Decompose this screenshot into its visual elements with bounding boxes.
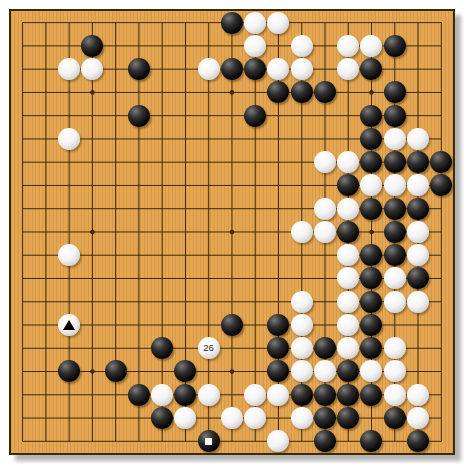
intersection[interactable] bbox=[220, 220, 243, 243]
intersection[interactable] bbox=[406, 127, 429, 150]
intersection[interactable] bbox=[197, 197, 220, 220]
intersection[interactable] bbox=[58, 58, 81, 81]
intersection[interactable] bbox=[81, 244, 104, 267]
intersection[interactable] bbox=[11, 360, 34, 383]
intersection[interactable] bbox=[244, 34, 267, 57]
intersection[interactable] bbox=[58, 290, 81, 313]
intersection[interactable] bbox=[58, 383, 81, 406]
intersection[interactable] bbox=[81, 383, 104, 406]
intersection[interactable] bbox=[174, 430, 197, 453]
intersection[interactable] bbox=[104, 267, 127, 290]
intersection[interactable] bbox=[34, 430, 57, 453]
intersection[interactable] bbox=[290, 81, 313, 104]
intersection[interactable] bbox=[220, 127, 243, 150]
intersection[interactable] bbox=[34, 151, 57, 174]
intersection[interactable] bbox=[151, 58, 174, 81]
intersection[interactable] bbox=[34, 11, 57, 34]
intersection[interactable] bbox=[220, 430, 243, 453]
intersection[interactable] bbox=[360, 104, 383, 127]
intersection[interactable] bbox=[337, 383, 360, 406]
intersection[interactable] bbox=[313, 267, 336, 290]
intersection[interactable] bbox=[104, 360, 127, 383]
intersection[interactable] bbox=[11, 290, 34, 313]
intersection[interactable] bbox=[244, 11, 267, 34]
intersection[interactable] bbox=[430, 290, 453, 313]
intersection[interactable] bbox=[430, 244, 453, 267]
intersection[interactable] bbox=[360, 174, 383, 197]
intersection[interactable] bbox=[151, 197, 174, 220]
intersection[interactable] bbox=[81, 360, 104, 383]
intersection[interactable] bbox=[267, 174, 290, 197]
intersection[interactable] bbox=[58, 337, 81, 360]
intersection[interactable] bbox=[360, 267, 383, 290]
intersection[interactable] bbox=[267, 383, 290, 406]
intersection[interactable] bbox=[104, 104, 127, 127]
intersection[interactable] bbox=[267, 430, 290, 453]
intersection[interactable] bbox=[383, 383, 406, 406]
intersection[interactable] bbox=[430, 220, 453, 243]
intersection[interactable] bbox=[11, 220, 34, 243]
intersection[interactable] bbox=[174, 220, 197, 243]
intersection[interactable] bbox=[220, 197, 243, 220]
intersection[interactable] bbox=[197, 360, 220, 383]
intersection[interactable] bbox=[197, 383, 220, 406]
intersection[interactable] bbox=[220, 313, 243, 336]
intersection[interactable] bbox=[244, 430, 267, 453]
intersection[interactable] bbox=[197, 406, 220, 429]
intersection[interactable] bbox=[290, 290, 313, 313]
intersection[interactable] bbox=[11, 244, 34, 267]
intersection[interactable] bbox=[430, 406, 453, 429]
intersection[interactable] bbox=[151, 220, 174, 243]
intersection[interactable] bbox=[81, 34, 104, 57]
intersection[interactable] bbox=[127, 313, 150, 336]
intersection[interactable] bbox=[313, 360, 336, 383]
intersection[interactable] bbox=[174, 244, 197, 267]
intersection[interactable] bbox=[197, 127, 220, 150]
intersection[interactable] bbox=[383, 34, 406, 57]
intersection[interactable] bbox=[197, 104, 220, 127]
intersection[interactable] bbox=[383, 290, 406, 313]
intersection[interactable] bbox=[151, 81, 174, 104]
intersection[interactable] bbox=[313, 34, 336, 57]
intersection[interactable] bbox=[151, 290, 174, 313]
intersection[interactable] bbox=[406, 313, 429, 336]
intersection[interactable] bbox=[58, 11, 81, 34]
intersection[interactable] bbox=[174, 11, 197, 34]
intersection[interactable] bbox=[174, 34, 197, 57]
intersection[interactable] bbox=[313, 174, 336, 197]
intersection[interactable] bbox=[174, 313, 197, 336]
intersection[interactable] bbox=[290, 197, 313, 220]
intersection[interactable] bbox=[430, 337, 453, 360]
intersection[interactable] bbox=[34, 383, 57, 406]
intersection[interactable] bbox=[337, 313, 360, 336]
intersection[interactable] bbox=[430, 197, 453, 220]
intersection[interactable] bbox=[104, 244, 127, 267]
intersection[interactable] bbox=[360, 81, 383, 104]
intersection[interactable] bbox=[220, 81, 243, 104]
intersection[interactable] bbox=[11, 337, 34, 360]
intersection[interactable] bbox=[34, 174, 57, 197]
intersection[interactable] bbox=[34, 290, 57, 313]
intersection[interactable] bbox=[244, 360, 267, 383]
intersection[interactable] bbox=[383, 104, 406, 127]
intersection[interactable] bbox=[383, 174, 406, 197]
intersection[interactable] bbox=[174, 290, 197, 313]
intersection[interactable] bbox=[11, 11, 34, 34]
intersection[interactable] bbox=[290, 406, 313, 429]
intersection[interactable] bbox=[174, 81, 197, 104]
intersection[interactable] bbox=[104, 58, 127, 81]
intersection[interactable] bbox=[267, 337, 290, 360]
intersection[interactable] bbox=[406, 197, 429, 220]
intersection[interactable] bbox=[290, 337, 313, 360]
intersection[interactable] bbox=[337, 34, 360, 57]
intersection[interactable] bbox=[174, 197, 197, 220]
intersection[interactable] bbox=[174, 337, 197, 360]
intersection[interactable] bbox=[104, 11, 127, 34]
intersection[interactable] bbox=[197, 34, 220, 57]
intersection[interactable] bbox=[337, 267, 360, 290]
intersection[interactable] bbox=[151, 127, 174, 150]
intersection[interactable] bbox=[406, 11, 429, 34]
intersection[interactable] bbox=[127, 383, 150, 406]
intersection[interactable] bbox=[244, 313, 267, 336]
intersection[interactable] bbox=[267, 313, 290, 336]
intersection[interactable] bbox=[337, 220, 360, 243]
intersection[interactable] bbox=[383, 151, 406, 174]
intersection[interactable] bbox=[383, 406, 406, 429]
intersection[interactable] bbox=[197, 151, 220, 174]
intersection[interactable] bbox=[337, 11, 360, 34]
intersection[interactable] bbox=[58, 197, 81, 220]
intersection[interactable] bbox=[313, 406, 336, 429]
intersection[interactable] bbox=[34, 58, 57, 81]
intersection[interactable] bbox=[220, 383, 243, 406]
intersection[interactable] bbox=[383, 220, 406, 243]
intersection[interactable] bbox=[267, 220, 290, 243]
intersection[interactable] bbox=[11, 430, 34, 453]
intersection[interactable] bbox=[151, 151, 174, 174]
intersection[interactable] bbox=[34, 34, 57, 57]
intersection[interactable] bbox=[360, 220, 383, 243]
intersection[interactable] bbox=[104, 81, 127, 104]
intersection[interactable] bbox=[337, 406, 360, 429]
intersection[interactable] bbox=[360, 34, 383, 57]
intersection[interactable] bbox=[58, 430, 81, 453]
go-board[interactable]: 26 bbox=[9, 9, 455, 455]
intersection[interactable] bbox=[34, 360, 57, 383]
intersection[interactable] bbox=[127, 58, 150, 81]
intersection[interactable] bbox=[313, 383, 336, 406]
intersection[interactable] bbox=[58, 220, 81, 243]
intersection[interactable] bbox=[151, 11, 174, 34]
intersection[interactable] bbox=[313, 104, 336, 127]
intersection[interactable] bbox=[337, 81, 360, 104]
intersection[interactable] bbox=[220, 360, 243, 383]
intersection[interactable] bbox=[81, 151, 104, 174]
intersection[interactable] bbox=[360, 58, 383, 81]
intersection[interactable] bbox=[337, 360, 360, 383]
intersection[interactable] bbox=[430, 383, 453, 406]
intersection[interactable] bbox=[197, 267, 220, 290]
intersection[interactable] bbox=[383, 81, 406, 104]
intersection[interactable] bbox=[244, 197, 267, 220]
intersection[interactable] bbox=[337, 197, 360, 220]
intersection[interactable] bbox=[174, 174, 197, 197]
intersection[interactable] bbox=[267, 151, 290, 174]
intersection[interactable] bbox=[290, 11, 313, 34]
intersection[interactable] bbox=[337, 104, 360, 127]
intersection[interactable] bbox=[197, 58, 220, 81]
intersection[interactable] bbox=[244, 337, 267, 360]
intersection[interactable] bbox=[151, 104, 174, 127]
intersection[interactable] bbox=[267, 290, 290, 313]
intersection[interactable] bbox=[197, 11, 220, 34]
intersection[interactable] bbox=[174, 58, 197, 81]
intersection[interactable] bbox=[81, 220, 104, 243]
intersection[interactable] bbox=[58, 174, 81, 197]
intersection[interactable] bbox=[220, 151, 243, 174]
intersection[interactable] bbox=[104, 383, 127, 406]
intersection[interactable] bbox=[11, 127, 34, 150]
intersection[interactable] bbox=[267, 406, 290, 429]
intersection[interactable] bbox=[34, 313, 57, 336]
intersection[interactable] bbox=[220, 244, 243, 267]
intersection[interactable] bbox=[127, 244, 150, 267]
intersection[interactable] bbox=[406, 430, 429, 453]
intersection[interactable] bbox=[174, 360, 197, 383]
intersection[interactable] bbox=[244, 383, 267, 406]
intersection[interactable] bbox=[360, 151, 383, 174]
intersection[interactable] bbox=[34, 81, 57, 104]
intersection[interactable] bbox=[104, 313, 127, 336]
intersection[interactable] bbox=[406, 58, 429, 81]
intersection[interactable] bbox=[58, 313, 81, 336]
intersection[interactable] bbox=[313, 313, 336, 336]
intersection[interactable] bbox=[151, 406, 174, 429]
intersection[interactable] bbox=[290, 244, 313, 267]
intersection[interactable] bbox=[81, 81, 104, 104]
intersection[interactable] bbox=[313, 58, 336, 81]
intersection[interactable] bbox=[430, 11, 453, 34]
intersection[interactable] bbox=[104, 220, 127, 243]
intersection[interactable] bbox=[337, 244, 360, 267]
intersection[interactable] bbox=[11, 58, 34, 81]
intersection[interactable] bbox=[151, 430, 174, 453]
intersection[interactable] bbox=[151, 360, 174, 383]
intersection[interactable] bbox=[406, 104, 429, 127]
intersection[interactable] bbox=[197, 290, 220, 313]
intersection[interactable] bbox=[406, 81, 429, 104]
intersection[interactable] bbox=[220, 174, 243, 197]
intersection[interactable] bbox=[127, 81, 150, 104]
intersection[interactable] bbox=[174, 127, 197, 150]
intersection[interactable] bbox=[267, 81, 290, 104]
intersection[interactable] bbox=[430, 104, 453, 127]
intersection[interactable] bbox=[383, 244, 406, 267]
intersection[interactable] bbox=[406, 360, 429, 383]
intersection[interactable] bbox=[104, 127, 127, 150]
intersection[interactable] bbox=[104, 337, 127, 360]
intersection[interactable] bbox=[360, 337, 383, 360]
intersection[interactable] bbox=[81, 267, 104, 290]
intersection[interactable] bbox=[151, 174, 174, 197]
intersection[interactable] bbox=[197, 244, 220, 267]
intersection[interactable] bbox=[430, 267, 453, 290]
intersection[interactable] bbox=[360, 244, 383, 267]
intersection[interactable] bbox=[151, 34, 174, 57]
intersection[interactable] bbox=[244, 58, 267, 81]
intersection[interactable] bbox=[220, 267, 243, 290]
intersection[interactable] bbox=[313, 244, 336, 267]
intersection[interactable] bbox=[244, 104, 267, 127]
intersection[interactable] bbox=[244, 267, 267, 290]
intersection[interactable] bbox=[290, 430, 313, 453]
intersection[interactable] bbox=[81, 58, 104, 81]
intersection[interactable] bbox=[127, 11, 150, 34]
intersection[interactable] bbox=[383, 267, 406, 290]
intersection[interactable] bbox=[290, 383, 313, 406]
intersection[interactable] bbox=[406, 244, 429, 267]
intersection[interactable] bbox=[290, 313, 313, 336]
intersection[interactable] bbox=[127, 197, 150, 220]
intersection[interactable] bbox=[11, 81, 34, 104]
intersection[interactable] bbox=[220, 290, 243, 313]
intersection[interactable] bbox=[220, 58, 243, 81]
intersection[interactable] bbox=[244, 406, 267, 429]
intersection[interactable] bbox=[337, 337, 360, 360]
intersection[interactable]: 26 bbox=[197, 337, 220, 360]
intersection[interactable] bbox=[430, 127, 453, 150]
intersection[interactable] bbox=[383, 11, 406, 34]
intersection[interactable] bbox=[244, 151, 267, 174]
intersection[interactable] bbox=[290, 58, 313, 81]
intersection[interactable] bbox=[313, 81, 336, 104]
intersection[interactable] bbox=[174, 104, 197, 127]
intersection[interactable] bbox=[383, 337, 406, 360]
intersection[interactable] bbox=[313, 430, 336, 453]
intersection[interactable] bbox=[104, 290, 127, 313]
intersection[interactable] bbox=[383, 58, 406, 81]
intersection[interactable] bbox=[337, 430, 360, 453]
intersection[interactable] bbox=[430, 360, 453, 383]
intersection[interactable] bbox=[127, 220, 150, 243]
intersection[interactable] bbox=[267, 197, 290, 220]
intersection[interactable] bbox=[81, 174, 104, 197]
intersection[interactable] bbox=[81, 127, 104, 150]
intersection[interactable] bbox=[244, 220, 267, 243]
intersection[interactable] bbox=[290, 267, 313, 290]
intersection[interactable] bbox=[58, 34, 81, 57]
intersection[interactable] bbox=[127, 267, 150, 290]
intersection[interactable] bbox=[220, 406, 243, 429]
intersection[interactable] bbox=[244, 244, 267, 267]
intersection[interactable] bbox=[290, 151, 313, 174]
intersection[interactable] bbox=[430, 430, 453, 453]
intersection[interactable] bbox=[81, 104, 104, 127]
intersection[interactable] bbox=[360, 430, 383, 453]
intersection[interactable] bbox=[104, 406, 127, 429]
intersection[interactable] bbox=[34, 337, 57, 360]
intersection[interactable] bbox=[197, 81, 220, 104]
intersection[interactable] bbox=[430, 313, 453, 336]
intersection[interactable] bbox=[430, 58, 453, 81]
intersection[interactable] bbox=[406, 290, 429, 313]
intersection[interactable] bbox=[267, 34, 290, 57]
intersection[interactable] bbox=[290, 220, 313, 243]
intersection[interactable] bbox=[360, 383, 383, 406]
intersection[interactable] bbox=[174, 383, 197, 406]
intersection[interactable] bbox=[244, 81, 267, 104]
intersection[interactable] bbox=[174, 406, 197, 429]
intersection[interactable] bbox=[127, 104, 150, 127]
intersection[interactable] bbox=[81, 197, 104, 220]
intersection[interactable] bbox=[81, 11, 104, 34]
intersection[interactable] bbox=[81, 313, 104, 336]
intersection[interactable] bbox=[406, 267, 429, 290]
intersection[interactable] bbox=[220, 104, 243, 127]
intersection[interactable] bbox=[197, 313, 220, 336]
intersection[interactable] bbox=[127, 430, 150, 453]
intersection[interactable] bbox=[34, 127, 57, 150]
intersection[interactable] bbox=[34, 267, 57, 290]
intersection[interactable] bbox=[406, 34, 429, 57]
intersection[interactable] bbox=[34, 104, 57, 127]
intersection[interactable] bbox=[11, 383, 34, 406]
intersection[interactable] bbox=[11, 104, 34, 127]
intersection[interactable] bbox=[58, 360, 81, 383]
intersection[interactable] bbox=[383, 197, 406, 220]
intersection[interactable] bbox=[127, 174, 150, 197]
intersection[interactable] bbox=[360, 11, 383, 34]
intersection[interactable] bbox=[58, 267, 81, 290]
intersection[interactable] bbox=[151, 337, 174, 360]
intersection[interactable] bbox=[81, 430, 104, 453]
intersection[interactable] bbox=[104, 34, 127, 57]
intersection[interactable] bbox=[267, 127, 290, 150]
intersection[interactable] bbox=[127, 34, 150, 57]
intersection[interactable] bbox=[151, 313, 174, 336]
intersection[interactable] bbox=[383, 360, 406, 383]
intersection[interactable] bbox=[127, 360, 150, 383]
intersection[interactable] bbox=[313, 11, 336, 34]
intersection[interactable] bbox=[267, 58, 290, 81]
intersection[interactable] bbox=[290, 174, 313, 197]
intersection[interactable] bbox=[151, 267, 174, 290]
intersection[interactable] bbox=[337, 58, 360, 81]
intersection[interactable] bbox=[197, 220, 220, 243]
intersection[interactable] bbox=[244, 127, 267, 150]
intersection[interactable] bbox=[11, 197, 34, 220]
intersection[interactable] bbox=[313, 151, 336, 174]
intersection[interactable] bbox=[220, 337, 243, 360]
intersection[interactable] bbox=[406, 337, 429, 360]
intersection[interactable] bbox=[360, 313, 383, 336]
intersection[interactable] bbox=[104, 430, 127, 453]
intersection[interactable] bbox=[430, 81, 453, 104]
intersection[interactable] bbox=[267, 244, 290, 267]
intersection[interactable] bbox=[58, 104, 81, 127]
intersection[interactable] bbox=[104, 174, 127, 197]
intersection[interactable] bbox=[430, 151, 453, 174]
intersection[interactable] bbox=[430, 34, 453, 57]
intersection[interactable] bbox=[383, 430, 406, 453]
intersection[interactable] bbox=[81, 337, 104, 360]
intersection[interactable] bbox=[104, 197, 127, 220]
intersection[interactable] bbox=[34, 197, 57, 220]
